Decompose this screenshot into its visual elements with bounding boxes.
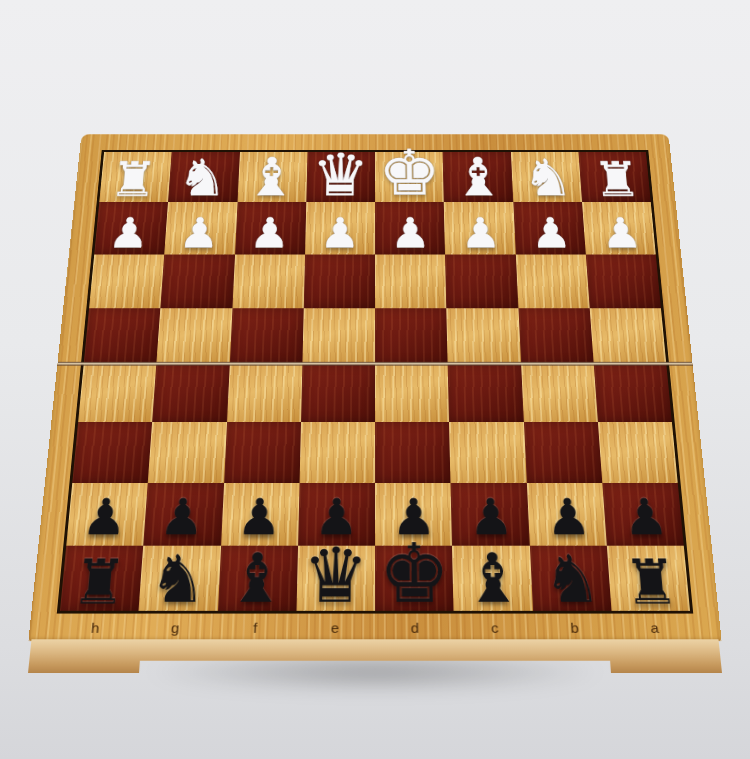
square-g6[interactable] <box>148 422 227 482</box>
piece-white-bishop-c1[interactable]: ♝ <box>452 154 506 202</box>
square-c5[interactable] <box>448 364 524 422</box>
square-h4[interactable] <box>84 308 161 364</box>
piece-white-queen-e1[interactable]: ♛ <box>311 148 370 202</box>
file-label-f: f <box>253 620 258 636</box>
square-a5[interactable] <box>593 364 671 422</box>
piece-white-pawn-g2[interactable]: ♟ <box>178 215 221 253</box>
piece-white-pawn-e2[interactable]: ♟ <box>319 215 360 253</box>
square-d6[interactable] <box>375 422 451 482</box>
piece-white-pawn-a2[interactable]: ♟ <box>599 215 643 253</box>
piece-black-pawn-c7[interactable]: ♟ <box>468 495 514 541</box>
square-f4[interactable] <box>229 308 303 364</box>
piece-black-bishop-f8[interactable]: ♝ <box>226 548 288 611</box>
square-b6[interactable] <box>523 422 602 482</box>
square-c4[interactable] <box>446 308 520 364</box>
square-c3[interactable] <box>445 254 518 308</box>
piece-white-knight-g1[interactable]: ♞ <box>176 155 229 202</box>
board-front-edge-with-feet <box>28 639 722 673</box>
square-b3[interactable] <box>515 254 589 308</box>
piece-white-knight-b1[interactable]: ♞ <box>521 155 574 202</box>
square-f6[interactable] <box>224 422 301 482</box>
piece-black-rook-h8[interactable]: ♜ <box>69 554 128 611</box>
piece-cell-e8: ♛ <box>295 544 375 614</box>
piece-white-pawn-d2[interactable]: ♟ <box>390 215 431 253</box>
square-e6[interactable] <box>299 422 375 482</box>
piece-cell-f8: ♝ <box>216 544 297 614</box>
piece-white-rook-a1[interactable]: ♜ <box>591 158 642 202</box>
piece-white-bishop-f1[interactable]: ♝ <box>244 154 298 202</box>
square-h5[interactable] <box>78 364 156 422</box>
piece-black-pawn-f7[interactable]: ♟ <box>236 495 282 541</box>
square-e4[interactable] <box>302 308 375 364</box>
piece-cell-e1: ♛ <box>305 150 375 204</box>
square-g3[interactable] <box>161 254 235 308</box>
square-a3[interactable] <box>586 254 661 308</box>
square-a4[interactable] <box>589 308 666 364</box>
piece-cell-d1: ♚ <box>375 150 445 204</box>
piece-black-queen-e8[interactable]: ♛ <box>302 541 369 611</box>
piece-black-pawn-b7[interactable]: ♟ <box>545 495 592 541</box>
piece-white-rook-h1[interactable]: ♜ <box>108 158 159 202</box>
square-d5[interactable] <box>375 364 449 422</box>
piece-cell-d8: ♚ <box>375 544 455 614</box>
square-g4[interactable] <box>157 308 233 364</box>
file-label-g: g <box>171 620 180 636</box>
square-f5[interactable] <box>227 364 303 422</box>
square-e5[interactable] <box>301 364 375 422</box>
file-label-b: b <box>570 620 579 636</box>
square-g5[interactable] <box>152 364 229 422</box>
piece-black-pawn-a7[interactable]: ♟ <box>621 495 669 541</box>
product-photo-scene: hgfedcba ♜♞♝♛♚♝♞♜♟♟♟♟♟♟♟♟♟♟♟♟♟♟♟♟♜♞♝♛♚♝♞… <box>0 0 750 759</box>
square-h3[interactable] <box>89 254 164 308</box>
piece-white-pawn-c2[interactable]: ♟ <box>460 215 502 253</box>
piece-white-pawn-f2[interactable]: ♟ <box>248 215 290 253</box>
piece-black-rook-a8[interactable]: ♜ <box>622 554 681 611</box>
piece-black-king-d8[interactable]: ♚ <box>379 536 451 611</box>
square-e3[interactable] <box>304 254 375 308</box>
file-label-e: e <box>331 620 339 636</box>
piece-black-pawn-h7[interactable]: ♟ <box>80 495 128 541</box>
square-a6[interactable] <box>598 422 678 482</box>
square-c6[interactable] <box>449 422 526 482</box>
board-wood-surface: hgfedcba ♜♞♝♛♚♝♞♜♟♟♟♟♟♟♟♟♟♟♟♟♟♟♟♟♜♞♝♛♚♝♞… <box>28 134 721 641</box>
piece-black-bishop-c8[interactable]: ♝ <box>463 548 525 611</box>
square-h6[interactable] <box>72 422 152 482</box>
square-b4[interactable] <box>518 308 594 364</box>
piece-black-pawn-g7[interactable]: ♟ <box>158 495 205 541</box>
file-label-h: h <box>91 620 101 636</box>
board-fold-seam <box>57 362 693 366</box>
piece-white-pawn-b2[interactable]: ♟ <box>530 215 573 253</box>
square-d4[interactable] <box>375 308 448 364</box>
piece-black-knight-g8[interactable]: ♞ <box>147 550 208 611</box>
piece-cell-f1: ♝ <box>236 150 307 204</box>
chess-board: hgfedcba ♜♞♝♛♚♝♞♜♟♟♟♟♟♟♟♟♟♟♟♟♟♟♟♟♜♞♝♛♚♝♞… <box>25 134 725 673</box>
square-b5[interactable] <box>521 364 598 422</box>
piece-black-knight-b8[interactable]: ♞ <box>542 550 603 611</box>
piece-white-king-d1[interactable]: ♚ <box>378 144 441 202</box>
file-label-c: c <box>491 620 499 636</box>
square-d3[interactable] <box>375 254 446 308</box>
file-label-d: d <box>411 620 419 636</box>
file-label-strip: hgfedcba <box>54 615 695 639</box>
piece-white-pawn-h2[interactable]: ♟ <box>107 215 151 253</box>
square-f3[interactable] <box>232 254 305 308</box>
file-label-a: a <box>650 620 660 636</box>
